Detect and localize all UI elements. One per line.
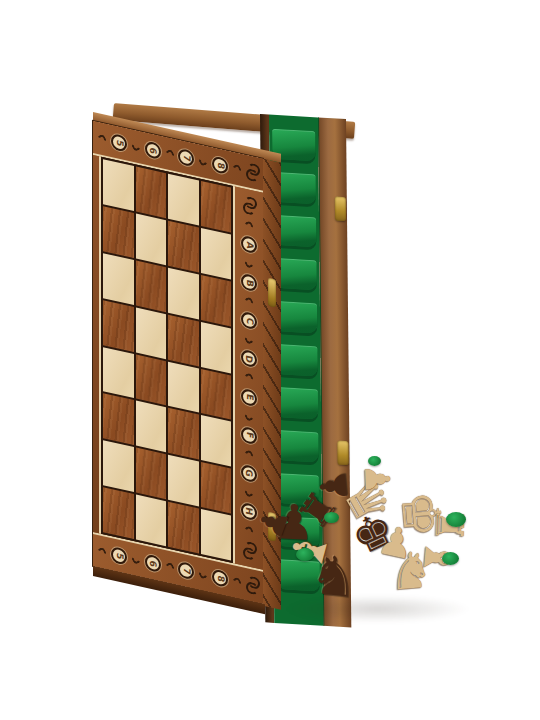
board-face: 5678 5678 ABCDEFGH — [93, 121, 263, 604]
felt-base-disc — [368, 456, 381, 466]
square — [201, 462, 232, 514]
corner-scroll-icon — [246, 575, 258, 596]
coordinate-medallion: 8 — [212, 155, 228, 175]
coordinate-medallion: H — [241, 502, 257, 522]
scroll-curl-icon — [130, 554, 141, 564]
scroll-curl-icon — [244, 297, 255, 307]
scroll-curl-icon — [198, 569, 209, 579]
chess-piece-dark: ♚ — [344, 503, 401, 562]
square — [103, 347, 134, 399]
tray-slat — [275, 430, 318, 463]
coordinate-label: 8 — [216, 161, 225, 169]
coordinate-medallion: 6 — [145, 140, 161, 160]
corner-scroll-icon — [246, 162, 258, 183]
square — [168, 408, 199, 460]
coordinate-label: 5 — [114, 139, 123, 147]
coordinate-medallion: 5 — [111, 133, 127, 153]
coordinate-label: 5 — [114, 552, 123, 560]
square — [136, 213, 167, 265]
scroll-curl-icon — [164, 562, 175, 572]
felt-base-disc — [442, 552, 459, 565]
felt-base-disc — [446, 512, 466, 527]
scroll-curl-icon — [244, 221, 255, 231]
coordinate-label: 7 — [182, 567, 191, 575]
coordinate-medallion: D — [241, 349, 257, 369]
coordinate-label: D — [244, 354, 253, 363]
coordinate-label: G — [244, 469, 253, 478]
square — [103, 487, 134, 539]
coordinate-label: 8 — [216, 574, 225, 582]
tray-slat — [277, 559, 320, 592]
square — [168, 314, 199, 366]
square — [103, 206, 134, 258]
coordinate-medallion: F — [241, 425, 257, 445]
scroll-curl-icon — [244, 449, 255, 459]
square — [201, 415, 232, 467]
square — [136, 354, 167, 406]
chess-piece-light: ♝ — [416, 536, 463, 579]
square — [168, 221, 199, 273]
coordinate-label: B — [245, 278, 254, 287]
border-left-strip — [93, 155, 101, 534]
coordinate-label: 6 — [148, 559, 157, 567]
square — [201, 509, 232, 561]
brass-hinge-icon — [268, 278, 276, 308]
coordinate-medallion: E — [241, 387, 257, 407]
square — [201, 321, 232, 373]
coordinate-medallion: 8 — [212, 568, 228, 588]
chess-piece-light: ♟ — [374, 519, 417, 566]
coordinate-label: H — [244, 507, 253, 517]
square — [103, 394, 134, 446]
square — [136, 495, 167, 547]
coordinate-medallion: 7 — [178, 561, 194, 581]
coordinate-label: E — [245, 393, 254, 401]
tray-slat — [275, 387, 318, 420]
scroll-curl-icon — [232, 577, 243, 587]
square — [168, 502, 199, 554]
square — [136, 260, 167, 312]
tray-slat — [276, 473, 319, 506]
coordinate-medallion: A — [241, 235, 257, 255]
square — [103, 159, 134, 211]
scroll-curl-icon — [244, 259, 255, 269]
chess-piece-light: ♚ — [393, 489, 449, 540]
scroll-curl-icon — [198, 156, 209, 166]
scroll-curl-icon — [96, 134, 107, 144]
square — [103, 253, 134, 305]
board-side-edge — [263, 159, 281, 610]
scroll-curl-icon — [244, 411, 255, 421]
coordinate-medallion: G — [241, 464, 257, 484]
scroll-curl-icon — [244, 335, 255, 345]
square — [168, 267, 199, 319]
scroll-curl-icon — [244, 525, 255, 535]
coordinate-medallion: 6 — [145, 553, 161, 573]
brass-clasp-icon — [335, 196, 346, 221]
scroll-curl-icon — [244, 487, 255, 497]
coordinate-medallion: 7 — [178, 148, 194, 168]
coordinate-label: 7 — [182, 154, 191, 162]
coordinate-medallion: 5 — [111, 546, 127, 566]
square — [201, 368, 232, 420]
scroll-curl-icon — [244, 373, 255, 383]
brass-clasp-icon — [337, 441, 348, 466]
square — [136, 307, 167, 359]
chess-set-photo: 5678 5678 ABCDEFGH ♟♜♟♛♚♝♚♟♞♞♝♜♟♟ — [0, 0, 540, 720]
border-right-files: ABCDEFGH — [233, 186, 263, 570]
corner-scroll-icon — [243, 195, 255, 216]
square — [103, 440, 134, 492]
brass-hinge-icon — [268, 512, 276, 542]
square — [168, 455, 199, 507]
square — [168, 174, 199, 226]
square — [136, 401, 167, 453]
square — [136, 448, 167, 500]
box-side-wall — [318, 117, 351, 627]
square — [168, 361, 199, 413]
coordinate-label: A — [245, 240, 254, 249]
square — [103, 300, 134, 352]
coordinate-label: F — [245, 431, 254, 439]
coordinate-medallion: B — [241, 273, 257, 293]
coordinate-label: 6 — [148, 146, 157, 154]
scroll-curl-icon — [130, 141, 141, 151]
chessboard-panel: 5678 5678 ABCDEFGH — [93, 112, 281, 618]
chess-piece-light: ♟ — [360, 463, 395, 495]
square — [201, 275, 232, 327]
coordinate-medallion: C — [241, 311, 257, 331]
scroll-curl-icon — [164, 149, 175, 159]
square — [201, 228, 232, 280]
coordinate-label: C — [244, 317, 253, 326]
square — [136, 166, 167, 218]
pieces-shadow — [285, 595, 470, 623]
corner-scroll-icon — [243, 540, 255, 561]
scroll-curl-icon — [232, 164, 243, 174]
chessboard-grid — [101, 157, 233, 563]
square — [201, 181, 232, 233]
chess-piece-light: ♜ — [429, 507, 468, 542]
chess-piece-light: ♞ — [386, 544, 435, 598]
tray-slat — [276, 516, 319, 549]
scroll-curl-icon — [96, 547, 107, 557]
